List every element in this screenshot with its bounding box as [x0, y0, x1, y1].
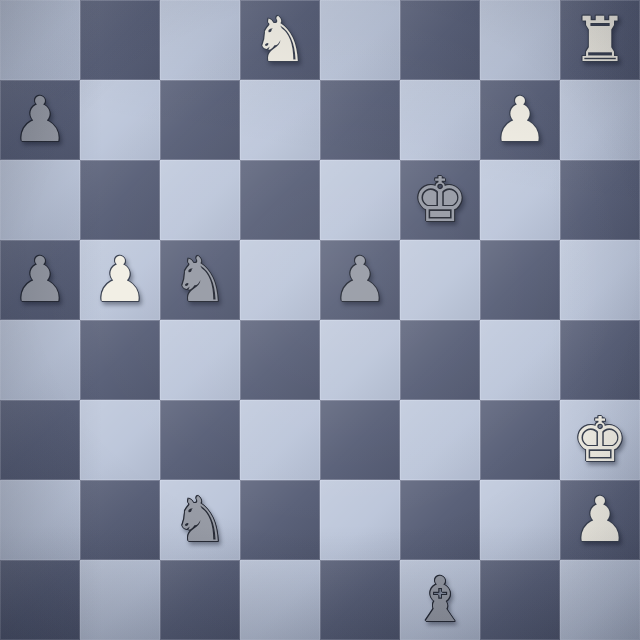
square-a1[interactable] [0, 560, 80, 640]
square-h8[interactable]: ♜ [560, 0, 640, 80]
white-pawn[interactable]: ♟ [92, 240, 148, 320]
white-pawn[interactable]: ♟ [572, 480, 628, 560]
square-a6[interactable] [0, 160, 80, 240]
square-b7[interactable] [80, 80, 160, 160]
square-a2[interactable] [0, 480, 80, 560]
square-b8[interactable] [80, 0, 160, 80]
square-f8[interactable] [400, 0, 480, 80]
square-e7[interactable] [320, 80, 400, 160]
square-c1[interactable] [160, 560, 240, 640]
square-d5[interactable] [240, 240, 320, 320]
square-a8[interactable] [0, 0, 80, 80]
square-f1[interactable]: ♝ [400, 560, 480, 640]
square-h1[interactable] [560, 560, 640, 640]
square-f5[interactable] [400, 240, 480, 320]
black-knight[interactable]: ♞ [172, 240, 228, 320]
square-c3[interactable] [160, 400, 240, 480]
white-pawn[interactable]: ♟ [492, 80, 548, 160]
square-d6[interactable] [240, 160, 320, 240]
square-a4[interactable] [0, 320, 80, 400]
black-king[interactable]: ♚ [412, 160, 468, 240]
square-d2[interactable] [240, 480, 320, 560]
white-rook[interactable]: ♜ [572, 0, 628, 80]
chess-board-wrapper: ♞♜♟♟♚♟♟♞♟♚♞♟♝ [0, 0, 640, 640]
square-a5[interactable]: ♟ [0, 240, 80, 320]
square-c8[interactable] [160, 0, 240, 80]
square-c5[interactable]: ♞ [160, 240, 240, 320]
square-f6[interactable]: ♚ [400, 160, 480, 240]
square-h6[interactable] [560, 160, 640, 240]
square-e2[interactable] [320, 480, 400, 560]
square-b6[interactable] [80, 160, 160, 240]
black-bishop[interactable]: ♝ [412, 560, 468, 640]
square-e1[interactable] [320, 560, 400, 640]
square-c2[interactable]: ♞ [160, 480, 240, 560]
square-g4[interactable] [480, 320, 560, 400]
square-g8[interactable] [480, 0, 560, 80]
square-d8[interactable]: ♞ [240, 0, 320, 80]
square-g1[interactable] [480, 560, 560, 640]
square-b2[interactable] [80, 480, 160, 560]
black-pawn[interactable]: ♟ [332, 240, 388, 320]
square-e8[interactable] [320, 0, 400, 80]
square-f7[interactable] [400, 80, 480, 160]
square-e5[interactable]: ♟ [320, 240, 400, 320]
black-knight[interactable]: ♞ [172, 480, 228, 560]
square-g6[interactable] [480, 160, 560, 240]
square-b5[interactable]: ♟ [80, 240, 160, 320]
square-d4[interactable] [240, 320, 320, 400]
square-h2[interactable]: ♟ [560, 480, 640, 560]
square-f4[interactable] [400, 320, 480, 400]
black-pawn[interactable]: ♟ [12, 240, 68, 320]
square-h5[interactable] [560, 240, 640, 320]
chess-board: ♞♜♟♟♚♟♟♞♟♚♞♟♝ [0, 0, 640, 640]
square-e4[interactable] [320, 320, 400, 400]
square-d1[interactable] [240, 560, 320, 640]
square-d7[interactable] [240, 80, 320, 160]
square-c7[interactable] [160, 80, 240, 160]
square-f3[interactable] [400, 400, 480, 480]
square-g2[interactable] [480, 480, 560, 560]
square-e6[interactable] [320, 160, 400, 240]
square-b1[interactable] [80, 560, 160, 640]
black-pawn[interactable]: ♟ [12, 80, 68, 160]
square-a7[interactable]: ♟ [0, 80, 80, 160]
square-b4[interactable] [80, 320, 160, 400]
square-h7[interactable] [560, 80, 640, 160]
square-b3[interactable] [80, 400, 160, 480]
square-g3[interactable] [480, 400, 560, 480]
square-a3[interactable] [0, 400, 80, 480]
square-g7[interactable]: ♟ [480, 80, 560, 160]
square-e3[interactable] [320, 400, 400, 480]
white-knight[interactable]: ♞ [252, 0, 308, 80]
square-c4[interactable] [160, 320, 240, 400]
square-g5[interactable] [480, 240, 560, 320]
square-d3[interactable] [240, 400, 320, 480]
square-c6[interactable] [160, 160, 240, 240]
square-h4[interactable] [560, 320, 640, 400]
square-h3[interactable]: ♚ [560, 400, 640, 480]
square-f2[interactable] [400, 480, 480, 560]
white-king[interactable]: ♚ [572, 400, 628, 480]
